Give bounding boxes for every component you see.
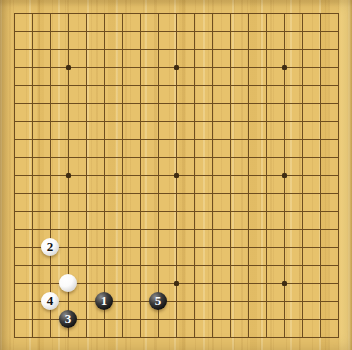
intersection[interactable]	[23, 130, 41, 148]
intersection[interactable]	[131, 4, 149, 22]
intersection[interactable]	[77, 256, 95, 274]
intersection[interactable]	[77, 202, 95, 220]
intersection[interactable]	[23, 292, 41, 310]
intersection[interactable]	[185, 130, 203, 148]
intersection[interactable]	[329, 40, 347, 58]
intersection[interactable]	[221, 58, 239, 76]
intersection[interactable]	[5, 292, 23, 310]
intersection[interactable]	[131, 22, 149, 40]
intersection[interactable]	[329, 148, 347, 166]
intersection[interactable]	[167, 274, 185, 292]
intersection[interactable]	[59, 166, 77, 184]
intersection[interactable]	[311, 202, 329, 220]
intersection[interactable]	[113, 292, 131, 310]
intersection[interactable]	[23, 94, 41, 112]
intersection[interactable]	[293, 238, 311, 256]
intersection[interactable]	[113, 40, 131, 58]
intersection[interactable]	[95, 130, 113, 148]
intersection[interactable]	[275, 202, 293, 220]
intersection[interactable]	[113, 220, 131, 238]
intersection[interactable]	[239, 112, 257, 130]
intersection[interactable]	[293, 274, 311, 292]
intersection[interactable]	[23, 148, 41, 166]
intersection[interactable]	[167, 40, 185, 58]
intersection[interactable]	[131, 58, 149, 76]
intersection[interactable]	[221, 202, 239, 220]
intersection[interactable]	[185, 238, 203, 256]
intersection[interactable]	[23, 184, 41, 202]
intersection[interactable]	[311, 184, 329, 202]
intersection[interactable]	[293, 4, 311, 22]
intersection[interactable]	[311, 310, 329, 328]
intersection[interactable]	[131, 220, 149, 238]
intersection[interactable]	[167, 220, 185, 238]
intersection[interactable]	[149, 274, 167, 292]
intersection[interactable]	[239, 166, 257, 184]
intersection[interactable]	[95, 58, 113, 76]
intersection[interactable]	[113, 274, 131, 292]
intersection[interactable]	[185, 310, 203, 328]
intersection[interactable]	[311, 22, 329, 40]
intersection[interactable]	[59, 220, 77, 238]
intersection[interactable]	[311, 238, 329, 256]
intersection[interactable]	[59, 112, 77, 130]
intersection[interactable]	[167, 112, 185, 130]
intersection[interactable]	[95, 22, 113, 40]
intersection[interactable]	[239, 328, 257, 346]
intersection[interactable]	[221, 112, 239, 130]
intersection[interactable]	[41, 328, 59, 346]
intersection[interactable]	[131, 148, 149, 166]
intersection[interactable]	[311, 256, 329, 274]
intersection[interactable]	[149, 220, 167, 238]
intersection[interactable]	[77, 310, 95, 328]
intersection[interactable]	[221, 148, 239, 166]
intersection[interactable]	[167, 4, 185, 22]
intersection[interactable]	[203, 202, 221, 220]
intersection[interactable]	[167, 130, 185, 148]
intersection[interactable]	[95, 4, 113, 22]
intersection[interactable]	[221, 328, 239, 346]
intersection[interactable]	[275, 58, 293, 76]
intersection[interactable]	[185, 184, 203, 202]
intersection[interactable]	[113, 22, 131, 40]
intersection[interactable]	[95, 76, 113, 94]
intersection[interactable]	[167, 310, 185, 328]
intersection[interactable]	[239, 220, 257, 238]
intersection[interactable]	[203, 166, 221, 184]
intersection[interactable]	[59, 238, 77, 256]
intersection[interactable]	[293, 166, 311, 184]
intersection[interactable]	[41, 4, 59, 22]
intersection[interactable]	[239, 22, 257, 40]
intersection[interactable]	[185, 40, 203, 58]
intersection[interactable]	[257, 58, 275, 76]
intersection[interactable]	[77, 58, 95, 76]
intersection[interactable]	[59, 148, 77, 166]
intersection[interactable]	[311, 220, 329, 238]
intersection[interactable]	[41, 76, 59, 94]
intersection[interactable]	[167, 256, 185, 274]
intersection[interactable]	[239, 274, 257, 292]
intersection[interactable]	[203, 112, 221, 130]
intersection[interactable]	[5, 310, 23, 328]
intersection[interactable]	[5, 256, 23, 274]
intersection[interactable]	[77, 220, 95, 238]
intersection[interactable]	[113, 76, 131, 94]
intersection[interactable]	[257, 220, 275, 238]
intersection[interactable]	[239, 202, 257, 220]
intersection[interactable]	[275, 148, 293, 166]
intersection[interactable]	[311, 76, 329, 94]
intersection[interactable]	[41, 274, 59, 292]
intersection[interactable]	[5, 40, 23, 58]
intersection[interactable]	[131, 256, 149, 274]
intersection[interactable]	[95, 310, 113, 328]
intersection[interactable]	[149, 202, 167, 220]
intersection[interactable]	[59, 328, 77, 346]
intersection[interactable]	[239, 148, 257, 166]
intersection[interactable]	[293, 310, 311, 328]
intersection[interactable]	[149, 4, 167, 22]
intersection[interactable]	[275, 220, 293, 238]
intersection[interactable]	[185, 328, 203, 346]
intersection[interactable]	[41, 58, 59, 76]
intersection[interactable]	[275, 256, 293, 274]
intersection[interactable]	[311, 148, 329, 166]
intersection[interactable]	[149, 310, 167, 328]
intersection[interactable]: 4	[41, 292, 59, 310]
intersection[interactable]	[185, 112, 203, 130]
intersection[interactable]	[149, 94, 167, 112]
intersection[interactable]	[5, 112, 23, 130]
intersection[interactable]	[293, 184, 311, 202]
intersection[interactable]	[41, 40, 59, 58]
intersection[interactable]	[113, 112, 131, 130]
intersection[interactable]	[221, 4, 239, 22]
intersection[interactable]	[203, 184, 221, 202]
intersection[interactable]	[59, 76, 77, 94]
intersection[interactable]	[113, 184, 131, 202]
intersection[interactable]	[95, 256, 113, 274]
intersection[interactable]	[23, 112, 41, 130]
intersection[interactable]	[275, 184, 293, 202]
intersection[interactable]	[239, 238, 257, 256]
intersection[interactable]	[23, 274, 41, 292]
intersection[interactable]	[95, 40, 113, 58]
intersection[interactable]	[131, 328, 149, 346]
intersection[interactable]	[149, 148, 167, 166]
intersection[interactable]	[167, 76, 185, 94]
intersection[interactable]	[311, 166, 329, 184]
intersection[interactable]	[113, 94, 131, 112]
intersection[interactable]	[257, 256, 275, 274]
intersection[interactable]	[221, 76, 239, 94]
intersection[interactable]	[41, 220, 59, 238]
intersection[interactable]	[5, 76, 23, 94]
intersection[interactable]	[239, 292, 257, 310]
intersection[interactable]	[293, 76, 311, 94]
intersection[interactable]	[185, 166, 203, 184]
intersection[interactable]	[185, 76, 203, 94]
intersection[interactable]	[41, 130, 59, 148]
intersection[interactable]	[329, 202, 347, 220]
intersection[interactable]	[221, 292, 239, 310]
intersection[interactable]	[239, 310, 257, 328]
intersection[interactable]	[275, 328, 293, 346]
intersection[interactable]	[275, 310, 293, 328]
intersection[interactable]	[257, 274, 275, 292]
intersection[interactable]	[203, 274, 221, 292]
intersection[interactable]	[5, 328, 23, 346]
intersection[interactable]	[257, 40, 275, 58]
intersection[interactable]	[203, 328, 221, 346]
intersection[interactable]	[41, 166, 59, 184]
intersection[interactable]	[311, 112, 329, 130]
intersection[interactable]	[149, 166, 167, 184]
intersection[interactable]	[221, 22, 239, 40]
intersection[interactable]	[275, 292, 293, 310]
intersection[interactable]	[23, 310, 41, 328]
intersection[interactable]	[185, 58, 203, 76]
intersection[interactable]	[5, 202, 23, 220]
intersection[interactable]	[59, 22, 77, 40]
intersection[interactable]	[293, 328, 311, 346]
intersection[interactable]	[149, 76, 167, 94]
intersection[interactable]	[203, 256, 221, 274]
intersection[interactable]	[95, 112, 113, 130]
intersection[interactable]	[41, 256, 59, 274]
intersection[interactable]	[41, 148, 59, 166]
intersection[interactable]	[167, 22, 185, 40]
intersection[interactable]	[329, 220, 347, 238]
intersection[interactable]	[23, 166, 41, 184]
intersection[interactable]	[221, 256, 239, 274]
intersection[interactable]	[113, 238, 131, 256]
intersection[interactable]	[95, 94, 113, 112]
intersection[interactable]	[5, 166, 23, 184]
intersection[interactable]	[113, 130, 131, 148]
intersection[interactable]	[239, 4, 257, 22]
intersection[interactable]	[23, 220, 41, 238]
intersection[interactable]	[167, 94, 185, 112]
intersection[interactable]	[275, 130, 293, 148]
intersection[interactable]	[185, 4, 203, 22]
intersection[interactable]	[257, 4, 275, 22]
intersection[interactable]	[23, 58, 41, 76]
intersection[interactable]	[185, 274, 203, 292]
intersection[interactable]	[221, 94, 239, 112]
intersection[interactable]	[131, 310, 149, 328]
intersection[interactable]	[59, 184, 77, 202]
intersection[interactable]	[239, 130, 257, 148]
intersection[interactable]	[77, 166, 95, 184]
intersection[interactable]	[239, 256, 257, 274]
intersection[interactable]	[293, 130, 311, 148]
intersection[interactable]	[311, 94, 329, 112]
intersection[interactable]	[293, 94, 311, 112]
intersection[interactable]	[257, 328, 275, 346]
intersection[interactable]	[203, 40, 221, 58]
intersection[interactable]	[77, 112, 95, 130]
intersection[interactable]	[131, 130, 149, 148]
intersection[interactable]	[293, 58, 311, 76]
intersection[interactable]	[275, 94, 293, 112]
intersection[interactable]	[257, 22, 275, 40]
intersection[interactable]	[311, 58, 329, 76]
intersection[interactable]	[95, 202, 113, 220]
intersection[interactable]	[59, 58, 77, 76]
intersection[interactable]	[23, 22, 41, 40]
intersection[interactable]	[275, 166, 293, 184]
intersection[interactable]	[23, 328, 41, 346]
intersection[interactable]	[131, 238, 149, 256]
intersection[interactable]	[311, 4, 329, 22]
intersection[interactable]	[113, 148, 131, 166]
intersection[interactable]	[293, 202, 311, 220]
intersection[interactable]	[59, 4, 77, 22]
intersection[interactable]	[113, 4, 131, 22]
intersection[interactable]	[275, 238, 293, 256]
intersection[interactable]	[167, 202, 185, 220]
intersection[interactable]	[221, 166, 239, 184]
intersection[interactable]	[149, 130, 167, 148]
intersection[interactable]	[275, 40, 293, 58]
intersection[interactable]	[95, 220, 113, 238]
intersection[interactable]	[167, 166, 185, 184]
intersection[interactable]	[203, 94, 221, 112]
intersection[interactable]	[41, 94, 59, 112]
intersection[interactable]	[221, 310, 239, 328]
intersection[interactable]	[203, 148, 221, 166]
intersection[interactable]	[131, 94, 149, 112]
intersection[interactable]	[77, 94, 95, 112]
intersection[interactable]	[239, 58, 257, 76]
intersection[interactable]	[113, 58, 131, 76]
intersection[interactable]	[185, 220, 203, 238]
intersection[interactable]	[329, 4, 347, 22]
intersection[interactable]	[131, 40, 149, 58]
intersection[interactable]	[203, 58, 221, 76]
intersection[interactable]	[329, 112, 347, 130]
intersection[interactable]: 2	[41, 238, 59, 256]
intersection[interactable]	[149, 112, 167, 130]
intersection[interactable]	[257, 166, 275, 184]
intersection[interactable]	[293, 112, 311, 130]
intersection[interactable]	[5, 238, 23, 256]
intersection[interactable]: 5	[149, 292, 167, 310]
intersection[interactable]	[293, 40, 311, 58]
intersection[interactable]	[221, 274, 239, 292]
intersection[interactable]	[149, 238, 167, 256]
intersection[interactable]	[275, 4, 293, 22]
intersection[interactable]	[185, 292, 203, 310]
intersection[interactable]	[329, 256, 347, 274]
intersection[interactable]	[113, 328, 131, 346]
intersection[interactable]	[149, 58, 167, 76]
intersection[interactable]	[77, 274, 95, 292]
intersection[interactable]	[5, 220, 23, 238]
intersection[interactable]	[77, 238, 95, 256]
intersection[interactable]: 3	[59, 310, 77, 328]
intersection[interactable]	[77, 130, 95, 148]
intersection[interactable]	[257, 238, 275, 256]
intersection[interactable]	[329, 292, 347, 310]
intersection[interactable]	[5, 184, 23, 202]
intersection[interactable]	[221, 130, 239, 148]
intersection[interactable]	[239, 76, 257, 94]
intersection[interactable]	[149, 22, 167, 40]
intersection[interactable]	[275, 274, 293, 292]
intersection[interactable]	[185, 94, 203, 112]
intersection[interactable]	[221, 238, 239, 256]
intersection[interactable]	[329, 58, 347, 76]
intersection[interactable]	[23, 76, 41, 94]
intersection[interactable]	[41, 202, 59, 220]
intersection[interactable]	[131, 112, 149, 130]
intersection[interactable]	[113, 202, 131, 220]
intersection[interactable]	[167, 292, 185, 310]
intersection[interactable]	[23, 202, 41, 220]
intersection[interactable]	[185, 148, 203, 166]
intersection[interactable]	[221, 40, 239, 58]
intersection[interactable]	[23, 40, 41, 58]
intersection[interactable]	[185, 202, 203, 220]
intersection[interactable]	[77, 328, 95, 346]
intersection[interactable]	[59, 40, 77, 58]
intersection[interactable]	[131, 166, 149, 184]
intersection[interactable]	[275, 22, 293, 40]
intersection[interactable]	[329, 238, 347, 256]
intersection[interactable]	[95, 166, 113, 184]
intersection[interactable]	[41, 112, 59, 130]
intersection[interactable]	[257, 112, 275, 130]
intersection[interactable]	[221, 184, 239, 202]
intersection[interactable]	[95, 184, 113, 202]
intersection[interactable]	[293, 256, 311, 274]
intersection[interactable]	[77, 148, 95, 166]
intersection[interactable]	[149, 256, 167, 274]
intersection[interactable]	[311, 130, 329, 148]
intersection[interactable]	[167, 328, 185, 346]
intersection[interactable]	[77, 184, 95, 202]
intersection[interactable]	[203, 220, 221, 238]
intersection[interactable]	[203, 292, 221, 310]
intersection[interactable]	[185, 256, 203, 274]
intersection[interactable]	[293, 22, 311, 40]
intersection[interactable]	[311, 40, 329, 58]
intersection[interactable]	[293, 220, 311, 238]
intersection[interactable]	[5, 274, 23, 292]
intersection[interactable]	[239, 40, 257, 58]
intersection[interactable]	[113, 310, 131, 328]
intersection[interactable]	[257, 76, 275, 94]
intersection[interactable]	[167, 148, 185, 166]
intersection[interactable]	[41, 22, 59, 40]
intersection[interactable]	[149, 40, 167, 58]
intersection[interactable]	[77, 4, 95, 22]
intersection[interactable]: 1	[95, 292, 113, 310]
intersection[interactable]	[77, 40, 95, 58]
intersection[interactable]	[59, 274, 77, 292]
intersection[interactable]	[329, 166, 347, 184]
intersection[interactable]	[293, 148, 311, 166]
intersection[interactable]	[41, 310, 59, 328]
intersection[interactable]	[329, 94, 347, 112]
intersection[interactable]	[311, 328, 329, 346]
intersection[interactable]	[149, 184, 167, 202]
intersection[interactable]	[167, 58, 185, 76]
